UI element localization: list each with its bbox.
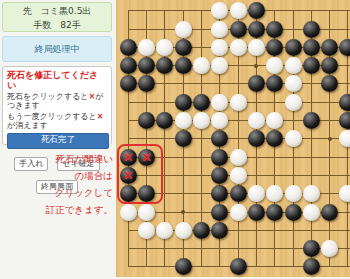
instruction-line-1: 死石をクリックすると×がつきます <box>7 92 107 110</box>
stone-black[interactable] <box>285 204 302 221</box>
stone-white[interactable] <box>230 2 247 19</box>
stone-white[interactable] <box>321 240 338 257</box>
stone-white[interactable] <box>230 149 247 166</box>
stone-white[interactable] <box>138 39 155 56</box>
stone-white[interactable] <box>266 112 283 129</box>
correction-warning-text: 死石が間違い の場合は クリックして 訂正できます。 <box>0 150 113 218</box>
hoshi-star-point <box>254 64 258 68</box>
correction-highlight-box <box>117 144 163 204</box>
stone-black[interactable] <box>248 204 265 221</box>
move-count-label: 手数 82手 <box>3 18 111 32</box>
go-app-window: 先 コミ黒0.5出 手数 82手 終局処理中 死石を修正してください 死石をクリ… <box>0 0 350 279</box>
stone-black[interactable] <box>303 21 320 38</box>
stone-black[interactable] <box>303 258 320 275</box>
stone-white[interactable] <box>175 21 192 38</box>
stone-black[interactable] <box>321 57 338 74</box>
stone-white[interactable] <box>266 57 283 74</box>
stone-black[interactable] <box>266 75 283 92</box>
stone-white[interactable] <box>211 94 228 111</box>
stone-black[interactable] <box>285 39 302 56</box>
stone-black[interactable] <box>156 112 173 129</box>
stone-black[interactable] <box>175 39 192 56</box>
stone-white[interactable] <box>120 204 137 221</box>
stone-white[interactable] <box>285 94 302 111</box>
stone-white[interactable] <box>156 39 173 56</box>
stone-black[interactable] <box>303 39 320 56</box>
stone-black[interactable] <box>211 185 228 202</box>
stone-white[interactable] <box>193 57 210 74</box>
stone-white[interactable] <box>211 21 228 38</box>
instruction-line-2: もう一度クリックすると×が消えます <box>7 112 107 130</box>
stone-black[interactable] <box>321 204 338 221</box>
stone-white[interactable] <box>211 2 228 19</box>
stone-white[interactable] <box>211 39 228 56</box>
stone-white[interactable] <box>211 112 228 129</box>
stone-black[interactable] <box>266 21 283 38</box>
stone-white[interactable] <box>339 185 350 202</box>
stone-white[interactable] <box>303 204 320 221</box>
stone-black[interactable] <box>266 204 283 221</box>
stone-white[interactable] <box>138 204 155 221</box>
stone-black[interactable] <box>120 75 137 92</box>
stone-white[interactable] <box>266 185 283 202</box>
stone-white[interactable] <box>230 94 247 111</box>
stone-black[interactable] <box>138 75 155 92</box>
stone-black[interactable] <box>230 258 247 275</box>
go-board[interactable]: ✕✕✕ <box>116 0 350 277</box>
stone-black[interactable] <box>193 94 210 111</box>
stone-white[interactable] <box>156 222 173 239</box>
stone-black[interactable] <box>303 57 320 74</box>
status-text: 終局処理中 <box>35 44 80 54</box>
game-info-box: 先 コミ黒0.5出 手数 82手 <box>2 2 112 32</box>
stone-black[interactable] <box>303 240 320 257</box>
stone-white[interactable] <box>248 185 265 202</box>
stone-black[interactable] <box>175 258 192 275</box>
stone-black[interactable] <box>321 39 338 56</box>
stone-black[interactable] <box>303 112 320 129</box>
stone-white[interactable] <box>303 185 320 202</box>
hoshi-star-point <box>181 210 185 214</box>
stone-black[interactable] <box>339 94 350 111</box>
handicap-komi-label: 先 コミ黒0.5出 <box>3 4 111 18</box>
stone-black[interactable] <box>120 39 137 56</box>
dead-stones-done-button[interactable]: 死石完了 <box>7 133 109 149</box>
grid-horizontal-line <box>128 138 350 139</box>
stone-white[interactable] <box>248 112 265 129</box>
stone-black[interactable] <box>230 21 247 38</box>
stone-black[interactable] <box>266 130 283 147</box>
stone-black[interactable] <box>120 57 137 74</box>
stone-black[interactable] <box>339 112 350 129</box>
stone-white[interactable] <box>230 167 247 184</box>
stone-black[interactable] <box>175 57 192 74</box>
stone-black[interactable] <box>339 39 350 56</box>
stone-white[interactable] <box>230 39 247 56</box>
stone-white[interactable] <box>285 185 302 202</box>
stone-black[interactable] <box>138 112 155 129</box>
stone-black[interactable] <box>321 75 338 92</box>
stone-black[interactable] <box>248 2 265 19</box>
status-badge: 終局処理中 <box>2 36 112 62</box>
stone-black[interactable] <box>266 39 283 56</box>
stone-black[interactable] <box>230 185 247 202</box>
stone-white[interactable] <box>230 204 247 221</box>
stone-black[interactable] <box>248 21 265 38</box>
stone-white[interactable] <box>339 130 350 147</box>
stone-black[interactable] <box>211 222 228 239</box>
stone-white[interactable] <box>248 39 265 56</box>
stone-black[interactable] <box>248 75 265 92</box>
instruction-title: 死石を修正してください <box>7 70 107 90</box>
stone-white[interactable] <box>285 57 302 74</box>
dead-stone-instruction-box: 死石を修正してください 死石をクリックすると×がつきます もう一度クリックすると… <box>2 66 112 145</box>
stone-white[interactable] <box>193 112 210 129</box>
stone-black[interactable] <box>211 167 228 184</box>
stone-white[interactable] <box>211 57 228 74</box>
stone-black[interactable] <box>211 130 228 147</box>
stone-black[interactable] <box>175 94 192 111</box>
stone-white[interactable] <box>285 75 302 92</box>
stone-white[interactable] <box>175 222 192 239</box>
stone-black[interactable] <box>211 149 228 166</box>
grid-horizontal-line <box>128 83 350 84</box>
red-x-icon: × <box>97 112 104 121</box>
stone-black[interactable] <box>248 130 265 147</box>
hoshi-star-point <box>328 137 332 141</box>
stone-black[interactable] <box>138 57 155 74</box>
stone-black[interactable] <box>156 57 173 74</box>
stone-white[interactable] <box>138 222 155 239</box>
stone-black[interactable] <box>175 130 192 147</box>
stone-black[interactable] <box>211 204 228 221</box>
stone-black[interactable] <box>193 222 210 239</box>
stone-white[interactable] <box>175 112 192 129</box>
stone-white[interactable] <box>285 130 302 147</box>
